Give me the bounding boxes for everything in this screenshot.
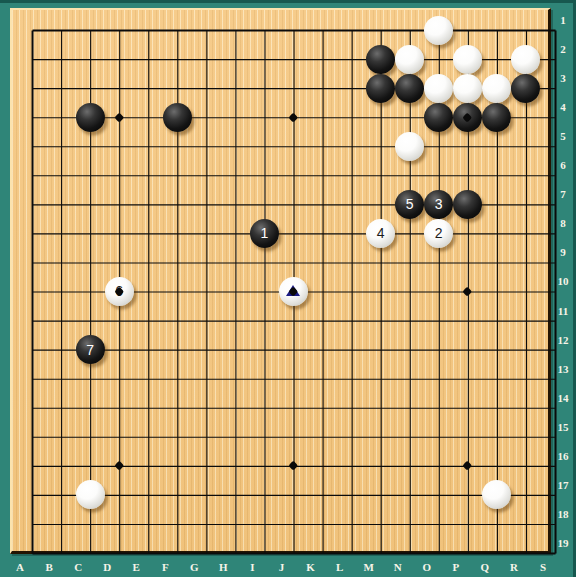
column-label-P: P	[441, 558, 470, 576]
move-number-label: 3	[435, 197, 443, 211]
row-label-8: 8	[551, 214, 575, 232]
column-label-F: F	[151, 558, 180, 576]
star-point-P16	[463, 461, 472, 470]
move-number-label: 5	[406, 197, 414, 211]
column-label-O: O	[412, 558, 441, 576]
stone-Q4[interactable]	[482, 103, 511, 132]
column-label-R: R	[499, 558, 528, 576]
row-label-9: 9	[551, 243, 575, 261]
row-label-7: 7	[551, 185, 575, 203]
move-number-label: 2	[435, 226, 443, 240]
stone-N5[interactable]	[395, 132, 424, 161]
star-point-D16	[115, 461, 124, 470]
column-label-N: N	[383, 558, 412, 576]
stone-P3[interactable]	[453, 74, 482, 103]
row-label-13: 13	[551, 360, 575, 378]
stone-R3[interactable]	[511, 74, 540, 103]
row-label-10: 10	[551, 272, 575, 290]
stone-P2[interactable]	[453, 45, 482, 74]
stone-N7-move-5[interactable]: 5	[395, 190, 424, 219]
board-intersections-layer[interactable]: 5342167	[18, 16, 571, 569]
column-label-A: A	[6, 558, 35, 576]
column-label-D: D	[93, 558, 122, 576]
row-label-19: 19	[551, 534, 575, 552]
row-label-16: 16	[551, 447, 575, 465]
move-number-label: 4	[377, 226, 385, 240]
row-label-18: 18	[551, 505, 575, 523]
stone-P7[interactable]	[453, 190, 482, 219]
star-point-J4	[289, 113, 298, 122]
column-label-I: I	[238, 558, 267, 576]
stone-N2[interactable]	[395, 45, 424, 74]
row-label-15: 15	[551, 418, 575, 436]
move-number-label: 6	[115, 284, 123, 298]
stone-O4[interactable]	[424, 103, 453, 132]
go-diagram-scene: 5342167 ABCDEFGHIJKLMNOPQRS1234567891011…	[0, 0, 576, 577]
star-point-J16	[289, 461, 298, 470]
stone-C4[interactable]	[76, 103, 105, 132]
stone-Q3[interactable]	[482, 74, 511, 103]
stone-M8-move-4[interactable]: 4	[366, 219, 395, 248]
stone-D10-move-6[interactable]: 6	[105, 277, 134, 306]
row-label-14: 14	[551, 389, 575, 407]
stone-C17[interactable]	[76, 480, 105, 509]
column-label-H: H	[209, 558, 238, 576]
row-label-6: 6	[551, 156, 575, 174]
stone-O7-move-3[interactable]: 3	[424, 190, 453, 219]
stone-P4[interactable]	[453, 103, 482, 132]
stone-J10[interactable]	[279, 277, 308, 306]
column-label-M: M	[354, 558, 383, 576]
stone-O3[interactable]	[424, 74, 453, 103]
move-number-label: 1	[260, 226, 268, 240]
column-label-E: E	[122, 558, 151, 576]
column-label-K: K	[296, 558, 325, 576]
stone-R2[interactable]	[511, 45, 540, 74]
go-board[interactable]: 5342167	[10, 8, 551, 554]
column-label-S: S	[528, 558, 557, 576]
stone-O1[interactable]	[424, 16, 453, 45]
stone-Q17[interactable]	[482, 480, 511, 509]
stone-I8-move-1[interactable]: 1	[250, 219, 279, 248]
row-label-4: 4	[551, 98, 575, 116]
column-label-J: J	[267, 558, 296, 576]
row-label-11: 11	[551, 302, 575, 320]
row-label-2: 2	[551, 40, 575, 58]
column-label-L: L	[325, 558, 354, 576]
column-label-C: C	[64, 558, 93, 576]
column-label-Q: Q	[470, 558, 499, 576]
triangle-marker-icon	[286, 285, 300, 296]
star-point-P10	[463, 287, 472, 296]
stone-N3[interactable]	[395, 74, 424, 103]
stone-C12-move-7[interactable]: 7	[76, 335, 105, 364]
row-label-17: 17	[551, 476, 575, 494]
stone-M2[interactable]	[366, 45, 395, 74]
row-label-5: 5	[551, 127, 575, 145]
stone-F4[interactable]	[163, 103, 192, 132]
column-label-G: G	[180, 558, 209, 576]
row-label-1: 1	[551, 11, 575, 29]
stone-M3[interactable]	[366, 74, 395, 103]
row-label-12: 12	[551, 331, 575, 349]
move-number-label: 7	[86, 343, 94, 357]
stone-O8-move-2[interactable]: 2	[424, 219, 453, 248]
column-label-B: B	[35, 558, 64, 576]
row-label-3: 3	[551, 69, 575, 87]
star-point-D4	[115, 113, 124, 122]
